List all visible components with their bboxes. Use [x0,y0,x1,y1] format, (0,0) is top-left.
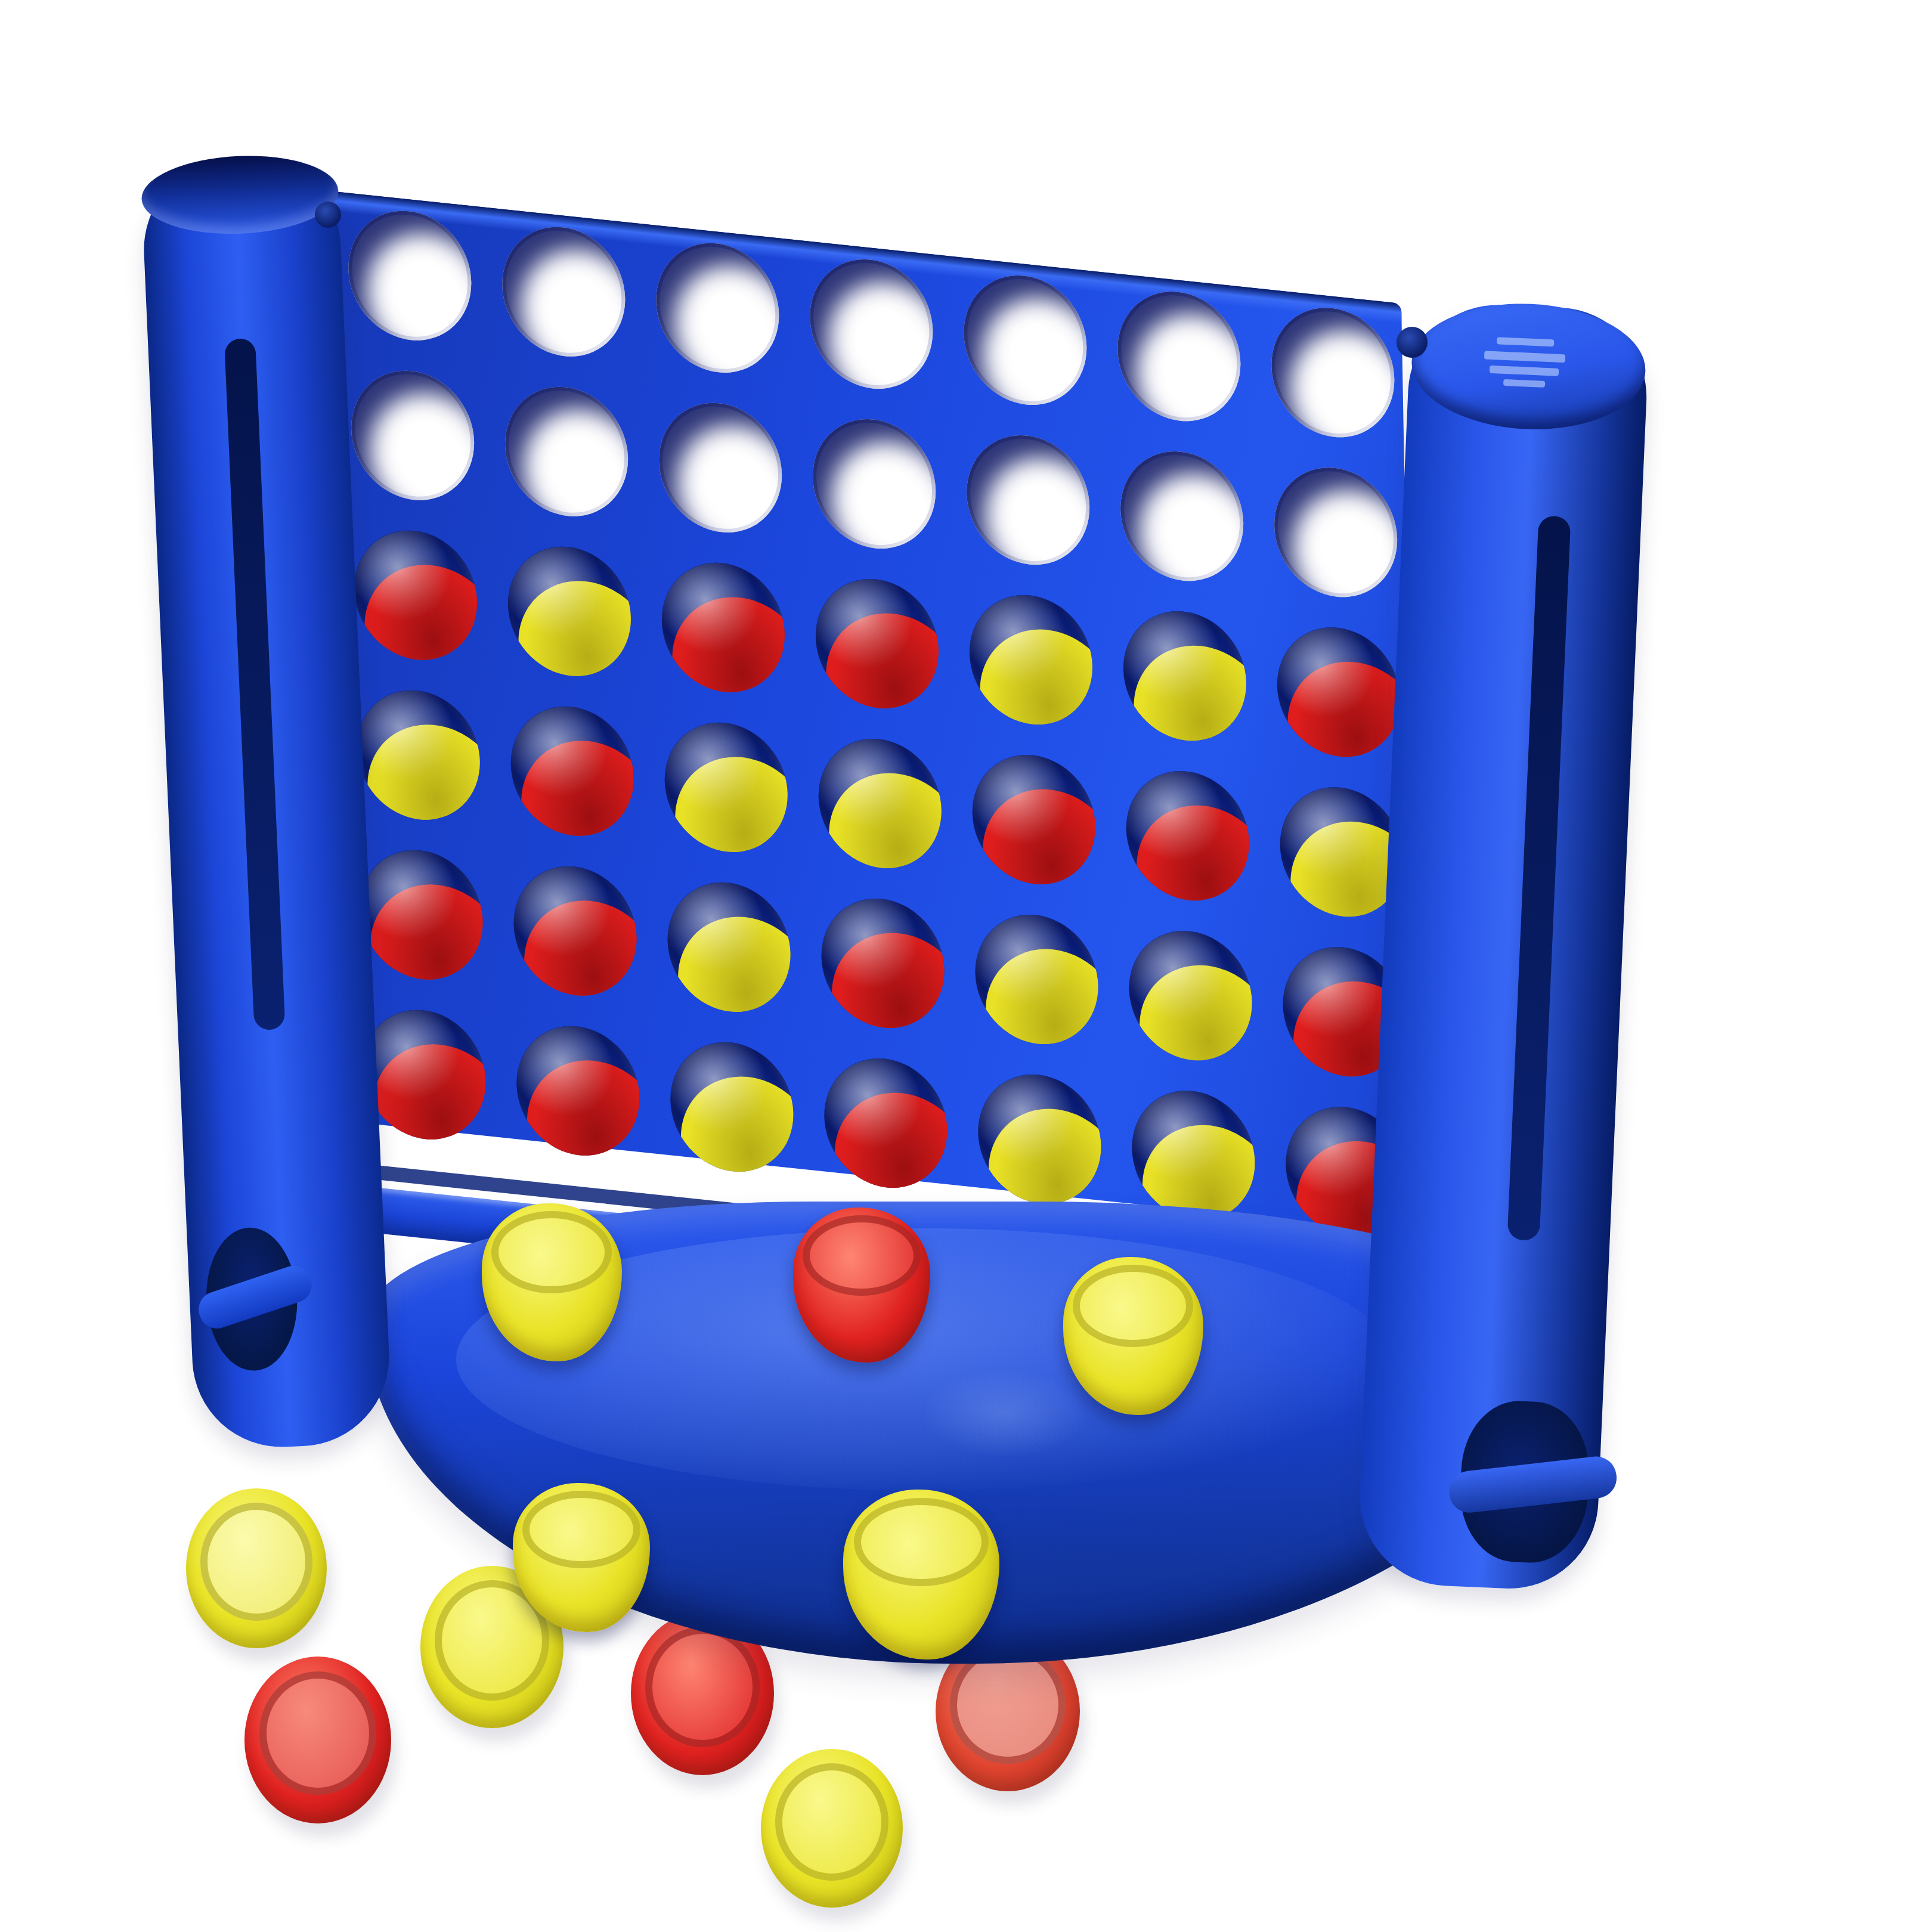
hole-r5c5-yellow-disc: ● [974,909,1100,1051]
hole-r5c2-red-disc: ● [513,860,638,1002]
hole-r1c4 [809,253,934,395]
red-disc-glyph: ● [823,1052,948,1194]
hole-r3c2-yellow-disc: ● [507,540,632,682]
hole-r6c1-red-disc: ● [361,1004,487,1145]
right-pillar-cap [1409,299,1648,434]
hole-r1c2 [501,221,626,363]
yellow-disc-glyph: ● [1122,605,1247,747]
hole-r3c6-yellow-disc: ● [1122,605,1247,747]
red-disc-glyph: ● [513,860,638,1002]
left-pillar-cap [140,152,340,238]
hole-r3c5-yellow-disc: ● [968,589,1094,731]
hole-r1c3 [655,237,780,379]
hole-r4c5-red-disc: ● [971,749,1097,891]
tray-red-disc [793,1207,930,1363]
board-grid: ●●●●●●●●●●●●●●●●●●●●●●●●●●●● [328,191,1401,304]
tray-yellow-disc [843,1490,999,1659]
hole-r3c1-red-disc: ● [353,524,478,666]
hole-r4c6-red-disc: ● [1125,765,1250,907]
hole-r5c1-red-disc: ● [359,844,484,986]
hole-r2c4 [812,413,937,555]
yellow-disc-glyph: ● [507,540,632,682]
yellow-disc-glyph: ● [669,1036,794,1178]
tray-yellow-disc [513,1483,650,1632]
red-disc-glyph: ● [515,1020,640,1162]
hole-r1c6 [1116,286,1241,428]
hole-r2c5 [965,429,1091,571]
hole-r5c3-yellow-disc: ● [667,877,792,1018]
red-disc-glyph: ● [1125,765,1250,907]
hole-r1c1 [347,205,472,346]
yellow-disc-glyph: ● [667,877,792,1018]
yellow-disc-glyph: ● [356,684,481,826]
yellow-disc-glyph: ● [968,589,1094,731]
hole-r5c4-red-disc: ● [821,893,946,1035]
right-pillar-clip-hole [1457,1399,1592,1565]
yellow-disc-glyph: ● [977,1069,1102,1210]
red-disc-glyph: ● [353,524,478,666]
hole-r3c3-red-disc: ● [661,557,786,699]
tray-yellow-disc [1063,1257,1203,1415]
connect-four-product-photo: ●●●●●●●●●●●●●●●●●●●●●●●●●●●● [0,0,1932,1932]
hole-r5c6-yellow-disc: ● [1128,925,1253,1067]
red-disc-glyph: ● [821,893,946,1035]
red-disc-glyph: ● [359,844,484,986]
hole-r1c5 [962,270,1088,411]
hole-r3c4-red-disc: ● [815,573,940,715]
connect-four-board: ●●●●●●●●●●●●●●●●●●●●●●●●●●●● [328,191,1418,1234]
hole-r4c2-red-disc: ● [510,700,635,842]
red-disc-glyph: ● [510,700,635,842]
hole-r2c2 [504,380,629,522]
yellow-disc-glyph: ● [974,909,1100,1051]
embossed-logo-icon [1479,336,1577,391]
red-disc-glyph: ● [815,573,940,715]
hole-r3c7-red-disc: ● [1276,621,1401,763]
hole-r2c6 [1119,445,1244,587]
hinge-pin-left [315,202,341,228]
hole-r4c1-yellow-disc: ● [356,684,481,826]
hole-r2c7 [1273,462,1398,603]
hole-r6c4-red-disc: ● [823,1052,948,1194]
left-pillar-clip-hole [203,1225,300,1372]
right-clip-tongue [1447,1454,1619,1515]
hole-r2c3 [658,397,783,539]
red-disc-glyph: ● [661,557,786,699]
yellow-disc-glyph: ● [818,733,943,875]
tray-yellow-disc [482,1203,622,1361]
loose-yellow-disc [186,1488,327,1648]
hinge-pin-right [1397,327,1428,358]
hole-r2c1 [350,364,475,506]
red-disc-glyph: ● [971,749,1097,891]
hole-r6c3-yellow-disc: ● [669,1036,794,1178]
loose-yellow-disc [761,1749,903,1908]
hole-r4c4-yellow-disc: ● [818,733,943,875]
left-clip-tongue [194,1261,317,1333]
right-pillar-slot [1507,516,1571,1241]
hole-r6c5-yellow-disc: ● [977,1069,1102,1210]
yellow-disc-glyph: ● [664,717,789,859]
left-pillar-slot [224,338,286,1030]
hole-r6c2-red-disc: ● [515,1020,640,1162]
red-disc-glyph: ● [361,1004,487,1145]
red-disc-glyph: ● [1276,621,1401,763]
hole-r1c7 [1270,302,1395,444]
loose-red-disc [244,1657,391,1823]
hole-r4c3-yellow-disc: ● [664,717,789,859]
yellow-disc-glyph: ● [1128,925,1253,1067]
